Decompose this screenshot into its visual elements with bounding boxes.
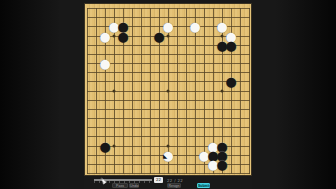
board-grid-line [87, 8, 250, 9]
star-point [113, 89, 116, 92]
white-stone: ● [99, 29, 112, 42]
board-grid-line [87, 54, 250, 55]
submit-button[interactable]: Submit [197, 183, 210, 188]
white-stone: ● [189, 20, 202, 33]
white-stone: ●◣ [162, 148, 175, 161]
board-grid-line [87, 109, 250, 110]
board-grid-line [87, 127, 250, 128]
star-point [167, 34, 170, 37]
star-point [221, 89, 224, 92]
app-background: ●●●●●●●●●●●●●●●●●◣●●●●● 22 22 / 22 Pass … [0, 0, 336, 189]
black-stone: ● [216, 157, 229, 170]
control-bar: 22 22 / 22 Pass Undo Resign Submit [84, 176, 252, 189]
black-stone: ● [153, 29, 166, 42]
board-grid-line [87, 100, 250, 101]
board-grid-line [87, 173, 250, 174]
black-stone: ● [225, 38, 238, 51]
black-stone: ● [225, 75, 238, 88]
black-stone: ● [99, 139, 112, 152]
move-number-box[interactable]: 22 [154, 177, 163, 183]
board-grid-line [87, 118, 250, 119]
last-move-marker: ◣ [163, 154, 167, 160]
undo-button[interactable]: Undo [129, 183, 139, 188]
move-counter: 22 / 22 [167, 178, 183, 183]
star-point [113, 144, 116, 147]
resign-button[interactable]: Resign [167, 183, 181, 188]
pass-button[interactable]: Pass [112, 183, 128, 188]
black-stone: ● [117, 29, 130, 42]
star-point [167, 89, 170, 92]
white-stone: ● [99, 57, 112, 70]
go-board[interactable]: ●●●●●●●●●●●●●●●●●◣●●●●● [84, 3, 252, 176]
star-point [113, 34, 116, 37]
